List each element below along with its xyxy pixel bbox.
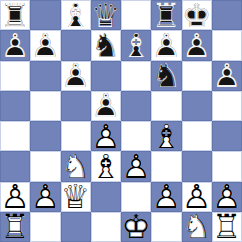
square-d8[interactable]: ♛♕: [91, 0, 121, 30]
chess-board: ♜♖♝♗♛♕♜♖♚♔♟♙♟♙♞♘♝♗♟♙♟♙♟♙♞♘♟♙♟♙♟♙♝♗♞♘♝♗♟♙…: [0, 0, 242, 242]
pawn-glyph-outline: ♙: [91, 91, 121, 121]
square-f5[interactable]: [151, 91, 181, 121]
square-b8[interactable]: [30, 0, 60, 30]
knight-glyph-fill: ♞: [61, 151, 91, 181]
piece-black-queen[interactable]: ♛♕: [91, 0, 121, 30]
square-d7[interactable]: ♞♘: [91, 30, 121, 60]
square-a1[interactable]: ♜♖: [0, 212, 30, 242]
piece-white-pawn[interactable]: ♟♙: [182, 182, 212, 212]
bishop-glyph-outline: ♗: [91, 151, 121, 181]
piece-black-pawn[interactable]: ♟♙: [0, 30, 30, 60]
square-b5[interactable]: [30, 91, 60, 121]
square-e5[interactable]: [121, 91, 151, 121]
square-d6[interactable]: [91, 61, 121, 91]
square-h5[interactable]: [212, 91, 242, 121]
piece-white-rook[interactable]: ♜♖: [212, 212, 242, 242]
piece-black-bishop[interactable]: ♝♗: [121, 30, 151, 60]
square-f3[interactable]: [151, 151, 181, 181]
rook-glyph-outline: ♖: [0, 0, 30, 30]
bishop-glyph-fill: ♝: [151, 121, 181, 151]
square-a7[interactable]: ♟♙: [0, 30, 30, 60]
square-h3[interactable]: [212, 151, 242, 181]
piece-black-pawn[interactable]: ♟♙: [91, 91, 121, 121]
square-c3[interactable]: ♞♘: [61, 151, 91, 181]
square-g2[interactable]: ♟♙: [182, 182, 212, 212]
pawn-glyph-outline: ♙: [61, 61, 91, 91]
knight-glyph-fill: ♞: [91, 30, 121, 60]
pawn-glyph-outline: ♙: [151, 182, 181, 212]
piece-white-bishop[interactable]: ♝♗: [151, 121, 181, 151]
pawn-glyph-fill: ♟: [91, 91, 121, 121]
square-d2[interactable]: [91, 182, 121, 212]
pawn-glyph-outline: ♙: [182, 30, 212, 60]
piece-white-pawn[interactable]: ♟♙: [30, 182, 60, 212]
pawn-glyph-outline: ♙: [91, 121, 121, 151]
square-d5[interactable]: ♟♙: [91, 91, 121, 121]
square-e1[interactable]: ♚♔: [121, 212, 151, 242]
pawn-glyph-fill: ♟: [121, 151, 151, 181]
square-d1[interactable]: [91, 212, 121, 242]
rook-glyph-fill: ♜: [0, 212, 30, 242]
king-glyph-fill: ♚: [182, 0, 212, 30]
king-glyph-outline: ♔: [121, 212, 151, 242]
square-e7[interactable]: ♝♗: [121, 30, 151, 60]
knight-glyph-outline: ♘: [182, 212, 212, 242]
knight-glyph-fill: ♞: [151, 61, 181, 91]
square-f1[interactable]: [151, 212, 181, 242]
bishop-glyph-fill: ♝: [61, 0, 91, 30]
pawn-glyph-fill: ♟: [0, 30, 30, 60]
pawn-glyph-fill: ♟: [151, 30, 181, 60]
square-e8[interactable]: [121, 0, 151, 30]
queen-glyph-fill: ♛: [61, 182, 91, 212]
pawn-glyph-outline: ♙: [182, 182, 212, 212]
knight-glyph-outline: ♘: [61, 151, 91, 181]
square-e6[interactable]: [121, 61, 151, 91]
square-e3[interactable]: ♟♙: [121, 151, 151, 181]
rook-glyph-outline: ♖: [0, 212, 30, 242]
square-b7[interactable]: ♟♙: [30, 30, 60, 60]
square-a2[interactable]: ♟♙: [0, 182, 30, 212]
pawn-glyph-outline: ♙: [0, 182, 30, 212]
pawn-glyph-fill: ♟: [0, 182, 30, 212]
square-b2[interactable]: ♟♙: [30, 182, 60, 212]
square-h7[interactable]: [212, 30, 242, 60]
pawn-glyph-fill: ♟: [182, 182, 212, 212]
square-d4[interactable]: ♟♙: [91, 121, 121, 151]
square-g7[interactable]: ♟♙: [182, 30, 212, 60]
knight-glyph-outline: ♘: [151, 61, 181, 91]
square-f4[interactable]: ♝♗: [151, 121, 181, 151]
pawn-glyph-fill: ♟: [151, 182, 181, 212]
piece-white-king[interactable]: ♚♔: [121, 212, 151, 242]
pawn-glyph-fill: ♟: [30, 30, 60, 60]
piece-black-knight[interactable]: ♞♘: [91, 30, 121, 60]
pawn-glyph-fill: ♟: [91, 121, 121, 151]
square-h4[interactable]: [212, 121, 242, 151]
piece-black-pawn[interactable]: ♟♙: [151, 30, 181, 60]
square-c2[interactable]: ♛♕: [61, 182, 91, 212]
square-c8[interactable]: ♝♗: [61, 0, 91, 30]
piece-black-pawn[interactable]: ♟♙: [61, 61, 91, 91]
square-b4[interactable]: [30, 121, 60, 151]
square-a5[interactable]: [0, 91, 30, 121]
square-h6[interactable]: ♟♙: [212, 61, 242, 91]
square-g5[interactable]: [182, 91, 212, 121]
square-h1[interactable]: ♜♖: [212, 212, 242, 242]
piece-black-bishop[interactable]: ♝♗: [61, 0, 91, 30]
square-f2[interactable]: ♟♙: [151, 182, 181, 212]
square-b3[interactable]: [30, 151, 60, 181]
queen-glyph-fill: ♛: [91, 0, 121, 30]
piece-white-rook[interactable]: ♜♖: [0, 212, 30, 242]
square-c5[interactable]: [61, 91, 91, 121]
king-glyph-fill: ♚: [121, 212, 151, 242]
square-f7[interactable]: ♟♙: [151, 30, 181, 60]
piece-black-pawn[interactable]: ♟♙: [30, 30, 60, 60]
pawn-glyph-outline: ♙: [30, 30, 60, 60]
rook-glyph-outline: ♖: [212, 212, 242, 242]
rook-glyph-fill: ♜: [212, 212, 242, 242]
piece-white-queen[interactable]: ♛♕: [61, 182, 91, 212]
pawn-glyph-fill: ♟: [182, 30, 212, 60]
pawn-glyph-fill: ♟: [212, 182, 242, 212]
square-h2[interactable]: ♟♙: [212, 182, 242, 212]
square-e4[interactable]: [121, 121, 151, 151]
knight-glyph-fill: ♞: [182, 212, 212, 242]
square-g3[interactable]: [182, 151, 212, 181]
square-f6[interactable]: ♞♘: [151, 61, 181, 91]
square-c7[interactable]: [61, 30, 91, 60]
piece-black-king[interactable]: ♚♔: [182, 0, 212, 30]
piece-white-knight[interactable]: ♞♘: [182, 212, 212, 242]
piece-white-bishop[interactable]: ♝♗: [91, 151, 121, 181]
piece-white-pawn[interactable]: ♟♙: [121, 151, 151, 181]
pawn-glyph-outline: ♙: [121, 151, 151, 181]
knight-glyph-outline: ♘: [91, 30, 121, 60]
square-g1[interactable]: ♞♘: [182, 212, 212, 242]
bishop-glyph-outline: ♗: [151, 121, 181, 151]
square-g6[interactable]: [182, 61, 212, 91]
pawn-glyph-outline: ♙: [212, 61, 242, 91]
piece-black-rook[interactable]: ♜♖: [0, 0, 30, 30]
square-a3[interactable]: [0, 151, 30, 181]
bishop-glyph-fill: ♝: [91, 151, 121, 181]
square-b6[interactable]: [30, 61, 60, 91]
piece-white-pawn[interactable]: ♟♙: [212, 182, 242, 212]
square-c1[interactable]: [61, 212, 91, 242]
piece-black-knight[interactable]: ♞♘: [151, 61, 181, 91]
square-g4[interactable]: [182, 121, 212, 151]
queen-glyph-outline: ♕: [61, 182, 91, 212]
queen-glyph-outline: ♕: [91, 0, 121, 30]
pawn-glyph-outline: ♙: [30, 182, 60, 212]
rook-glyph-outline: ♖: [151, 0, 181, 30]
square-a8[interactable]: ♜♖: [0, 0, 30, 30]
piece-white-pawn[interactable]: ♟♙: [91, 121, 121, 151]
bishop-glyph-fill: ♝: [121, 30, 151, 60]
pawn-glyph-outline: ♙: [0, 30, 30, 60]
square-a6[interactable]: [0, 61, 30, 91]
piece-black-pawn[interactable]: ♟♙: [212, 61, 242, 91]
square-e2[interactable]: [121, 182, 151, 212]
square-f8[interactable]: ♜♖: [151, 0, 181, 30]
rook-glyph-fill: ♜: [0, 0, 30, 30]
pawn-glyph-fill: ♟: [61, 61, 91, 91]
square-c4[interactable]: [61, 121, 91, 151]
pawn-glyph-fill: ♟: [30, 182, 60, 212]
bishop-glyph-outline: ♗: [121, 30, 151, 60]
square-d3[interactable]: ♝♗: [91, 151, 121, 181]
pawn-glyph-fill: ♟: [212, 61, 242, 91]
bishop-glyph-outline: ♗: [61, 0, 91, 30]
square-b1[interactable]: [30, 212, 60, 242]
king-glyph-outline: ♔: [182, 0, 212, 30]
piece-black-rook[interactable]: ♜♖: [151, 0, 181, 30]
piece-white-pawn[interactable]: ♟♙: [151, 182, 181, 212]
pawn-glyph-outline: ♙: [212, 182, 242, 212]
piece-black-pawn[interactable]: ♟♙: [182, 30, 212, 60]
piece-white-pawn[interactable]: ♟♙: [0, 182, 30, 212]
pawn-glyph-outline: ♙: [151, 30, 181, 60]
rook-glyph-fill: ♜: [151, 0, 181, 30]
square-g8[interactable]: ♚♔: [182, 0, 212, 30]
piece-white-knight[interactable]: ♞♘: [61, 151, 91, 181]
square-a4[interactable]: [0, 121, 30, 151]
square-c6[interactable]: ♟♙: [61, 61, 91, 91]
square-h8[interactable]: [212, 0, 242, 30]
